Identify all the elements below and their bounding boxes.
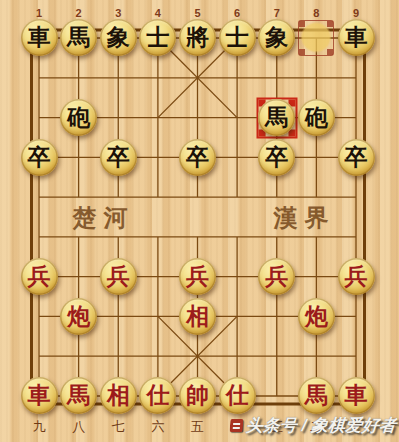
piece-character: 卒: [186, 139, 209, 176]
xiangqi-board: 123456789 楚河 漢界 車馬象士將士象車砲馬砲卒卒卒卒卒兵兵兵兵兵炮相炮…: [0, 0, 399, 442]
file-label-bottom-3: 七: [98, 418, 138, 436]
point-1-0[interactable]: [19, 58, 59, 98]
piece-bb-0-6[interactable]: 象: [258, 19, 295, 56]
point-8-1[interactable]: [59, 336, 99, 376]
point-4-6[interactable]: [257, 177, 297, 217]
piece-character: 馬: [67, 377, 90, 414]
piece-character: 兵: [186, 258, 209, 295]
point-9-1[interactable]: 馬: [59, 376, 99, 416]
piece-rn-9-1[interactable]: 馬: [60, 377, 97, 414]
piece-bp-3-2[interactable]: 卒: [100, 139, 137, 176]
point-8-3[interactable]: [138, 336, 178, 376]
point-7-7[interactable]: 炮: [297, 296, 337, 336]
point-1-1[interactable]: [59, 58, 99, 98]
point-7-1[interactable]: 炮: [59, 296, 99, 336]
point-9-0[interactable]: 車: [19, 376, 59, 416]
point-8-8[interactable]: [336, 336, 376, 376]
piece-bp-3-4[interactable]: 卒: [179, 139, 216, 176]
piece-character: 帥: [186, 377, 209, 414]
point-3-6[interactable]: 卒: [257, 137, 297, 177]
piece-character: 相: [107, 377, 130, 414]
point-3-0[interactable]: 卒: [19, 137, 59, 177]
piece-character: 車: [28, 377, 51, 414]
point-3-5[interactable]: [217, 137, 257, 177]
file-label-bottom-1: 九: [19, 418, 59, 436]
piece-character: 兵: [345, 258, 368, 295]
piece-bn-2-6[interactable]: 馬: [258, 99, 295, 136]
piece-character: 炮: [305, 298, 328, 335]
piece-character: 車: [345, 377, 368, 414]
point-4-4[interactable]: [178, 177, 218, 217]
piece-character: 仕: [146, 377, 169, 414]
piece-character: 炮: [67, 298, 90, 335]
point-6-7[interactable]: [297, 257, 337, 297]
point-0-6[interactable]: 象: [257, 18, 297, 58]
piece-rb-7-4[interactable]: 相: [179, 298, 216, 335]
point-4-5[interactable]: [217, 177, 257, 217]
piece-rc-7-7[interactable]: 炮: [298, 298, 335, 335]
piece-bp-3-0[interactable]: 卒: [21, 139, 58, 176]
point-7-4[interactable]: 相: [178, 296, 218, 336]
piece-rc-7-1[interactable]: 炮: [60, 298, 97, 335]
piece-rr-9-8[interactable]: 車: [338, 377, 375, 414]
piece-character: 砲: [67, 99, 90, 136]
piece-character: 兵: [28, 258, 51, 295]
point-0-1[interactable]: 馬: [59, 18, 99, 58]
point-5-6[interactable]: [257, 217, 297, 257]
point-4-1[interactable]: [59, 177, 99, 217]
point-6-1[interactable]: [59, 257, 99, 297]
point-6-2[interactable]: 兵: [98, 257, 138, 297]
point-2-5[interactable]: [217, 98, 257, 138]
point-1-4[interactable]: [178, 58, 218, 98]
piece-bp-3-8[interactable]: 卒: [338, 139, 375, 176]
last-move-origin-marker: [298, 20, 334, 56]
piece-character: 將: [186, 19, 209, 56]
point-1-5[interactable]: [217, 58, 257, 98]
piece-rb-9-2[interactable]: 相: [100, 377, 137, 414]
piece-bb-0-2[interactable]: 象: [100, 19, 137, 56]
piece-rp-6-6[interactable]: 兵: [258, 258, 295, 295]
piece-character: 兵: [107, 258, 130, 295]
point-8-7[interactable]: [297, 336, 337, 376]
point-6-4[interactable]: 兵: [178, 257, 218, 297]
point-8-5[interactable]: [217, 336, 257, 376]
point-2-3[interactable]: [138, 98, 178, 138]
point-6-3[interactable]: [138, 257, 178, 297]
piece-rr-9-0[interactable]: 車: [21, 377, 58, 414]
point-1-7[interactable]: [297, 58, 337, 98]
point-5-3[interactable]: [138, 217, 178, 257]
point-9-2[interactable]: 相: [98, 376, 138, 416]
piece-character: 象: [265, 19, 288, 56]
point-4-0[interactable]: [19, 177, 59, 217]
point-2-2[interactable]: [98, 98, 138, 138]
point-7-8[interactable]: [336, 296, 376, 336]
file-label-bottom-5: 五: [178, 418, 218, 436]
point-3-8[interactable]: 卒: [336, 137, 376, 177]
piece-br-0-0[interactable]: 車: [21, 19, 58, 56]
piece-character: 士: [226, 19, 249, 56]
piece-character: 仕: [226, 377, 249, 414]
piece-character: 卒: [107, 139, 130, 176]
point-1-3[interactable]: [138, 58, 178, 98]
piece-br-0-8[interactable]: 車: [338, 19, 375, 56]
piece-bn-0-1[interactable]: 馬: [60, 19, 97, 56]
piece-bc-2-7[interactable]: 砲: [298, 99, 335, 136]
point-8-0[interactable]: [19, 336, 59, 376]
point-8-2[interactable]: [98, 336, 138, 376]
piece-character: 卒: [28, 139, 51, 176]
point-5-5[interactable]: [217, 217, 257, 257]
point-3-4[interactable]: 卒: [178, 137, 218, 177]
piece-character: 兵: [265, 258, 288, 295]
point-4-2[interactable]: [98, 177, 138, 217]
piece-rk-9-4[interactable]: 帥: [179, 377, 216, 414]
point-6-8[interactable]: 兵: [336, 257, 376, 297]
piece-bc-2-1[interactable]: 砲: [60, 99, 97, 136]
point-3-7[interactable]: [297, 137, 337, 177]
piece-character: 卒: [265, 139, 288, 176]
piece-character: 馬: [67, 19, 90, 56]
point-5-2[interactable]: [98, 217, 138, 257]
point-0-7[interactable]: [297, 18, 337, 58]
point-7-2[interactable]: [98, 296, 138, 336]
point-5-4[interactable]: [178, 217, 218, 257]
piece-rp-6-8[interactable]: 兵: [338, 258, 375, 295]
piece-rp-6-0[interactable]: 兵: [21, 258, 58, 295]
point-6-6[interactable]: 兵: [257, 257, 297, 297]
piece-character: 車: [345, 19, 368, 56]
point-4-3[interactable]: [138, 177, 178, 217]
piece-ra-9-3[interactable]: 仕: [139, 377, 176, 414]
piece-character: 馬: [305, 377, 328, 414]
point-0-2[interactable]: 象: [98, 18, 138, 58]
point-9-3[interactable]: 仕: [138, 376, 178, 416]
piece-character: 砲: [305, 99, 328, 136]
point-6-0[interactable]: 兵: [19, 257, 59, 297]
point-3-2[interactable]: 卒: [98, 137, 138, 177]
point-9-6[interactable]: [257, 376, 297, 416]
point-1-6[interactable]: [257, 58, 297, 98]
point-4-7[interactable]: [297, 177, 337, 217]
point-0-5[interactable]: 士: [217, 18, 257, 58]
piece-bp-3-6[interactable]: 卒: [258, 139, 295, 176]
piece-character: 馬: [265, 99, 288, 136]
piece-ba-0-3[interactable]: 士: [139, 19, 176, 56]
piece-bk-0-4[interactable]: 將: [179, 19, 216, 56]
point-0-4[interactable]: 將: [178, 18, 218, 58]
point-3-3[interactable]: [138, 137, 178, 177]
point-1-8[interactable]: [336, 58, 376, 98]
piece-character: 象: [107, 19, 130, 56]
piece-ba-0-5[interactable]: 士: [219, 19, 256, 56]
point-5-7[interactable]: [297, 217, 337, 257]
point-0-0[interactable]: 車: [19, 18, 59, 58]
point-2-0[interactable]: [19, 98, 59, 138]
piece-rp-6-4[interactable]: 兵: [179, 258, 216, 295]
point-7-0[interactable]: [19, 296, 59, 336]
piece-character: 士: [146, 19, 169, 56]
piece-rp-6-2[interactable]: 兵: [100, 258, 137, 295]
point-5-0[interactable]: [19, 217, 59, 257]
point-2-1[interactable]: 砲: [59, 98, 99, 138]
point-2-4[interactable]: [178, 98, 218, 138]
point-6-5[interactable]: [217, 257, 257, 297]
point-7-6[interactable]: [257, 296, 297, 336]
point-3-1[interactable]: [59, 137, 99, 177]
point-8-6[interactable]: [257, 336, 297, 376]
point-9-5[interactable]: 仕: [217, 376, 257, 416]
watermark: 头条号 / 象棋爱好者: [229, 414, 397, 437]
point-8-4[interactable]: [178, 336, 218, 376]
point-9-7[interactable]: 馬: [297, 376, 337, 416]
piece-character: 相: [186, 298, 209, 335]
point-9-8[interactable]: 車: [336, 376, 376, 416]
board-points: 車馬象士將士象車砲馬砲卒卒卒卒卒兵兵兵兵兵炮相炮車馬相仕帥仕馬車: [19, 18, 376, 416]
toutiao-logo-icon: [229, 419, 243, 432]
point-7-5[interactable]: [217, 296, 257, 336]
point-2-6[interactable]: 馬: [257, 98, 297, 138]
piece-ra-9-5[interactable]: 仕: [219, 377, 256, 414]
point-2-8[interactable]: [336, 98, 376, 138]
point-4-8[interactable]: [336, 177, 376, 217]
piece-rn-9-7[interactable]: 馬: [298, 377, 335, 414]
file-label-bottom-4: 六: [138, 418, 178, 436]
point-0-3[interactable]: 士: [138, 18, 178, 58]
piece-character: 車: [28, 19, 51, 56]
point-9-4[interactable]: 帥: [178, 376, 218, 416]
piece-character: 卒: [345, 139, 368, 176]
point-2-7[interactable]: 砲: [297, 98, 337, 138]
point-0-8[interactable]: 車: [336, 18, 376, 58]
point-7-3[interactable]: [138, 296, 178, 336]
watermark-text: 头条号 / 象棋爱好者: [245, 414, 397, 437]
file-label-bottom-2: 八: [59, 418, 99, 436]
point-5-8[interactable]: [336, 217, 376, 257]
point-5-1[interactable]: [59, 217, 99, 257]
point-1-2[interactable]: [98, 58, 138, 98]
